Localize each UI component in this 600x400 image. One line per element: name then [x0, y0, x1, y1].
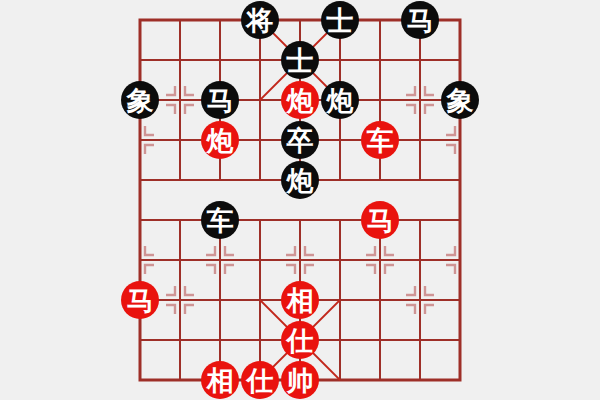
- piece-black-horse[interactable]: 马: [201, 81, 239, 119]
- piece-red-advisor[interactable]: 仕: [281, 321, 319, 359]
- xiangqi-board: 将士马士象马炮炮象炮卒车炮车马马相仕相仕帅: [0, 0, 600, 400]
- piece-black-advisor[interactable]: 士: [321, 1, 359, 39]
- piece-black-pawn[interactable]: 卒: [281, 121, 319, 159]
- piece-black-horse[interactable]: 马: [401, 1, 439, 39]
- piece-red-horse[interactable]: 马: [361, 201, 399, 239]
- piece-black-elephant[interactable]: 象: [121, 81, 159, 119]
- piece-red-elephant[interactable]: 相: [201, 361, 239, 399]
- piece-red-cannon[interactable]: 炮: [201, 121, 239, 159]
- pieces-layer: 将士马士象马炮炮象炮卒车炮车马马相仕相仕帅: [120, 0, 480, 400]
- piece-red-elephant[interactable]: 相: [281, 281, 319, 319]
- piece-black-cannon[interactable]: 炮: [321, 81, 359, 119]
- piece-black-advisor[interactable]: 士: [281, 41, 319, 79]
- piece-red-chariot[interactable]: 车: [361, 121, 399, 159]
- piece-red-horse[interactable]: 马: [121, 281, 159, 319]
- piece-black-general[interactable]: 将: [241, 1, 279, 39]
- piece-black-chariot[interactable]: 车: [201, 201, 239, 239]
- piece-black-elephant[interactable]: 象: [441, 81, 479, 119]
- piece-black-cannon[interactable]: 炮: [281, 161, 319, 199]
- piece-red-advisor[interactable]: 仕: [241, 361, 279, 399]
- piece-red-king[interactable]: 帅: [281, 361, 319, 399]
- piece-red-cannon[interactable]: 炮: [281, 81, 319, 119]
